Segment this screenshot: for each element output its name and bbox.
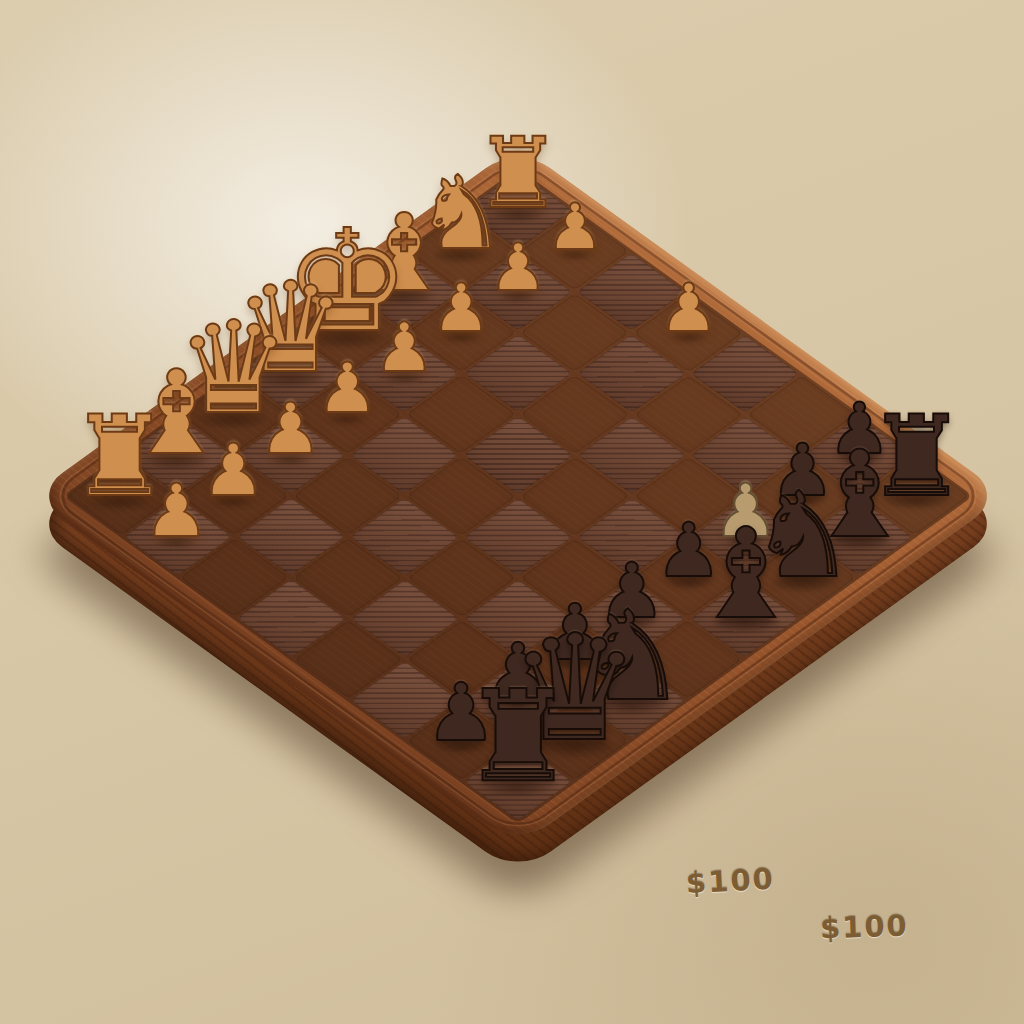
piece-white-pawn-f2[interactable]: ♟: [431, 275, 491, 342]
piece-white-pawn-a2[interactable]: ♟: [144, 474, 210, 547]
piece-black-bishop-e8[interactable]: ♝: [690, 512, 802, 636]
piece-white-pawn-g2[interactable]: ♟: [489, 235, 548, 300]
scene: ♜♝♛♛♚♝♞♜♟♟♟♟♟♟♟♟♟♟♜♛♞♝♞♝♜♟♟♟♟♟♟♟ $100 $1…: [0, 0, 1024, 1024]
price-tag-2: $100: [819, 908, 909, 945]
piece-white-pawn-d2[interactable]: ♟: [316, 354, 378, 423]
piece-white-pawn-e2[interactable]: ♟: [374, 315, 435, 383]
piece-white-pawn-b2[interactable]: ♟: [201, 434, 266, 506]
piece-white-pawn-h4[interactable]: ♟: [659, 275, 719, 342]
piece-white-pawn-c2[interactable]: ♟: [259, 394, 322, 465]
piece-white-pawn-h2[interactable]: ♟: [546, 195, 604, 259]
piece-black-rook-a8[interactable]: ♜: [461, 674, 574, 800]
price-tag-1: $100: [685, 862, 775, 901]
